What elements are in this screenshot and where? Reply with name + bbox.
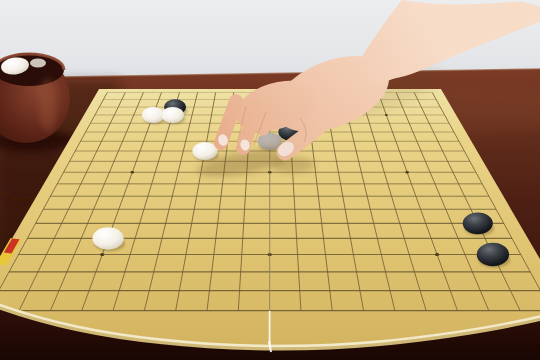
star-point: [405, 171, 409, 174]
scene-svg: [0, 0, 540, 360]
star-point: [435, 253, 439, 256]
stone-body: [192, 142, 217, 160]
stone-body: [93, 227, 124, 249]
stone-body: [463, 213, 493, 235]
star-point: [385, 114, 388, 116]
stone-body: [161, 107, 184, 123]
stone-body: [477, 243, 509, 266]
go-photo-scene: [0, 0, 540, 360]
star-point: [100, 253, 104, 256]
stone-body: [142, 107, 165, 123]
star-point: [131, 171, 135, 174]
